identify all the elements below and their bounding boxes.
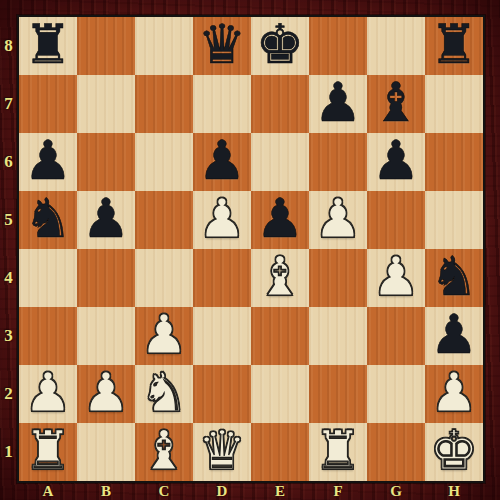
piece-black-knight[interactable]: ♞: [430, 250, 478, 304]
rank-label-8: 8: [0, 17, 17, 75]
square-a7[interactable]: [19, 75, 77, 133]
square-d1[interactable]: ♛: [193, 423, 251, 481]
rank-label-3: 3: [0, 307, 17, 365]
piece-black-queen[interactable]: ♛: [198, 18, 246, 72]
square-h4[interactable]: ♞: [425, 249, 483, 307]
square-e6[interactable]: [251, 133, 309, 191]
square-c2[interactable]: ♞: [135, 365, 193, 423]
file-label-g: G: [367, 483, 425, 500]
rank-label-2: 2: [0, 365, 17, 423]
chess-board-frame: ♜♛♚♜♟♝♟♟♟♞♟♟♟♟♝♟♞♟♟♟♟♞♟♜♝♛♜♚ 87654321ABC…: [0, 0, 500, 500]
square-b5[interactable]: ♟: [77, 191, 135, 249]
piece-black-pawn[interactable]: ♟: [314, 76, 362, 130]
file-label-f: F: [309, 483, 367, 500]
piece-black-king[interactable]: ♚: [256, 18, 304, 72]
square-d4[interactable]: [193, 249, 251, 307]
square-d3[interactable]: [193, 307, 251, 365]
file-label-a: A: [19, 483, 77, 500]
file-label-d: D: [193, 483, 251, 500]
square-f2[interactable]: [309, 365, 367, 423]
piece-white-knight[interactable]: ♞: [140, 366, 188, 420]
square-h3[interactable]: ♟: [425, 307, 483, 365]
square-b7[interactable]: [77, 75, 135, 133]
square-g6[interactable]: ♟: [367, 133, 425, 191]
square-a1[interactable]: ♜: [19, 423, 77, 481]
piece-white-bishop[interactable]: ♝: [256, 250, 304, 304]
square-b4[interactable]: [77, 249, 135, 307]
piece-black-pawn[interactable]: ♟: [24, 134, 72, 188]
piece-black-pawn[interactable]: ♟: [256, 192, 304, 246]
square-d2[interactable]: [193, 365, 251, 423]
rank-label-6: 6: [0, 133, 17, 191]
square-c4[interactable]: [135, 249, 193, 307]
square-b8[interactable]: [77, 17, 135, 75]
piece-black-pawn[interactable]: ♟: [198, 134, 246, 188]
square-c5[interactable]: [135, 191, 193, 249]
square-f3[interactable]: [309, 307, 367, 365]
chess-board: ♜♛♚♜♟♝♟♟♟♞♟♟♟♟♝♟♞♟♟♟♟♞♟♜♝♛♜♚: [17, 15, 485, 483]
square-a6[interactable]: ♟: [19, 133, 77, 191]
square-d5[interactable]: ♟: [193, 191, 251, 249]
square-c7[interactable]: [135, 75, 193, 133]
piece-white-rook[interactable]: ♜: [314, 424, 362, 478]
square-f8[interactable]: [309, 17, 367, 75]
square-c1[interactable]: ♝: [135, 423, 193, 481]
piece-black-pawn[interactable]: ♟: [430, 308, 478, 362]
piece-white-pawn[interactable]: ♟: [372, 250, 420, 304]
square-a3[interactable]: [19, 307, 77, 365]
piece-white-pawn[interactable]: ♟: [314, 192, 362, 246]
square-g1[interactable]: [367, 423, 425, 481]
piece-black-knight[interactable]: ♞: [24, 192, 72, 246]
square-h6[interactable]: [425, 133, 483, 191]
square-g8[interactable]: [367, 17, 425, 75]
piece-black-rook[interactable]: ♜: [430, 18, 478, 72]
piece-white-pawn[interactable]: ♟: [140, 308, 188, 362]
square-a8[interactable]: ♜: [19, 17, 77, 75]
square-e5[interactable]: ♟: [251, 191, 309, 249]
piece-black-pawn[interactable]: ♟: [372, 134, 420, 188]
square-g4[interactable]: ♟: [367, 249, 425, 307]
square-g2[interactable]: [367, 365, 425, 423]
rank-label-7: 7: [0, 75, 17, 133]
square-e3[interactable]: [251, 307, 309, 365]
file-label-e: E: [251, 483, 309, 500]
square-b3[interactable]: [77, 307, 135, 365]
square-b6[interactable]: [77, 133, 135, 191]
piece-black-pawn[interactable]: ♟: [82, 192, 130, 246]
square-e7[interactable]: [251, 75, 309, 133]
square-e1[interactable]: [251, 423, 309, 481]
square-e8[interactable]: ♚: [251, 17, 309, 75]
file-label-b: B: [77, 483, 135, 500]
rank-label-4: 4: [0, 249, 17, 307]
square-g5[interactable]: [367, 191, 425, 249]
square-a4[interactable]: [19, 249, 77, 307]
square-b2[interactable]: ♟: [77, 365, 135, 423]
square-f1[interactable]: ♜: [309, 423, 367, 481]
square-e4[interactable]: ♝: [251, 249, 309, 307]
file-label-c: C: [135, 483, 193, 500]
file-label-h: H: [425, 483, 483, 500]
square-h1[interactable]: ♚: [425, 423, 483, 481]
square-g7[interactable]: ♝: [367, 75, 425, 133]
piece-black-bishop[interactable]: ♝: [372, 76, 420, 130]
square-e2[interactable]: [251, 365, 309, 423]
square-f5[interactable]: ♟: [309, 191, 367, 249]
square-h5[interactable]: [425, 191, 483, 249]
piece-white-pawn[interactable]: ♟: [430, 366, 478, 420]
square-h2[interactable]: ♟: [425, 365, 483, 423]
piece-white-pawn[interactable]: ♟: [198, 192, 246, 246]
square-f6[interactable]: [309, 133, 367, 191]
piece-white-pawn[interactable]: ♟: [82, 366, 130, 420]
piece-black-rook[interactable]: ♜: [24, 18, 72, 72]
square-h8[interactable]: ♜: [425, 17, 483, 75]
square-a5[interactable]: ♞: [19, 191, 77, 249]
square-f4[interactable]: [309, 249, 367, 307]
square-c6[interactable]: [135, 133, 193, 191]
piece-white-pawn[interactable]: ♟: [24, 366, 72, 420]
square-g3[interactable]: [367, 307, 425, 365]
rank-label-5: 5: [0, 191, 17, 249]
square-d7[interactable]: [193, 75, 251, 133]
square-f7[interactable]: ♟: [309, 75, 367, 133]
piece-white-king[interactable]: ♚: [430, 424, 478, 478]
square-h7[interactable]: [425, 75, 483, 133]
square-c8[interactable]: [135, 17, 193, 75]
square-a2[interactable]: ♟: [19, 365, 77, 423]
square-b1[interactable]: [77, 423, 135, 481]
piece-white-rook[interactable]: ♜: [24, 424, 72, 478]
square-d6[interactable]: ♟: [193, 133, 251, 191]
square-c3[interactable]: ♟: [135, 307, 193, 365]
square-d8[interactable]: ♛: [193, 17, 251, 75]
rank-label-1: 1: [0, 423, 17, 481]
piece-white-queen[interactable]: ♛: [198, 424, 246, 478]
piece-white-bishop[interactable]: ♝: [140, 424, 188, 478]
